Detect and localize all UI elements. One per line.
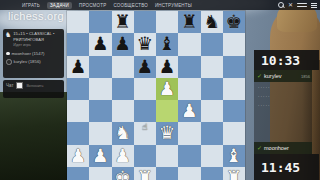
square-h8[interactable]: ♚ [223,11,245,33]
square-c3[interactable]: ♞ [112,122,134,144]
white-color-icon [6,52,10,56]
square-c8[interactable]: ♜ [112,11,134,33]
square-b3[interactable] [89,122,111,144]
square-g8[interactable]: ♞ [201,11,223,33]
white-king-c1[interactable]: ♚ [114,166,131,180]
move-row[interactable]: ····· [258,103,308,108]
square-c6[interactable] [112,56,134,78]
lichess-game-page: ИГРАТЬ ЗАДАЧИ ПРОСМОТР СООБЩЕСТВО ИНСТРУ… [0,0,320,180]
move-row[interactable]: ····· [258,94,308,99]
chat-title: Чат [6,83,13,88]
square-d8[interactable] [134,11,156,33]
square-f2[interactable] [178,145,200,167]
square-a5[interactable] [67,78,89,100]
square-b8[interactable] [89,11,111,33]
black-pawn-a6[interactable]: ♟ [70,55,87,77]
square-c5[interactable] [112,78,134,100]
close-icon[interactable]: ✕ [288,2,293,8]
square-a6[interactable]: ♟ [67,56,89,78]
square-e7[interactable]: ♝ [156,33,178,55]
square-d4[interactable] [134,100,156,122]
nav-items: ИГРАТЬ ЗАДАЧИ ПРОСМОТР СООБЩЕСТВО ИНСТРУ… [22,2,192,9]
square-f5[interactable] [178,78,200,100]
square-g3[interactable] [201,122,223,144]
opponent-clock: 10:33 [254,50,319,70]
square-b6[interactable] [89,56,111,78]
black-knight-g8[interactable]: ♞ [203,11,220,33]
opponent-clock-value: 10:33 [261,53,300,68]
square-d6[interactable]: ♟ [134,56,156,78]
black-pawn-d6[interactable]: ♟ [137,55,154,77]
square-a3[interactable] [67,122,89,144]
square-d2[interactable] [134,145,156,167]
chat-toggle-checkbox[interactable] [16,82,23,89]
square-e3[interactable]: ♛ [156,122,178,144]
square-h3[interactable] [223,122,245,144]
square-a4[interactable] [67,100,89,122]
black-player-row[interactable]: kurylev (1856) [6,59,61,65]
square-e6[interactable]: ♟ [156,56,178,78]
opponent-rating: 1856 [301,74,312,79]
square-e1[interactable] [156,167,178,180]
white-knight-c3[interactable]: ♞ [114,122,131,144]
white-pawn-c2[interactable]: ♟ [114,144,131,166]
chat-toggle-label: Включить [26,84,43,88]
square-b2[interactable]: ♟ [89,145,111,167]
square-a7[interactable] [67,33,89,55]
square-g2[interactable] [201,145,223,167]
black-rook-f8[interactable]: ♜ [181,11,198,33]
nav-right-icons: ✕ [278,0,317,10]
square-g7[interactable] [201,33,223,55]
square-g6[interactable] [201,56,223,78]
opponent-row[interactable]: ✓ kurylev 1856 [254,70,312,82]
square-h4[interactable] [223,100,245,122]
hand-cursor-icon: ☝ [142,122,147,132]
black-pawn-b7[interactable]: ♟ [92,33,109,55]
nav-item-watch[interactable]: ПРОСМОТР [79,3,106,8]
nav-item-play[interactable]: ИГРАТЬ [22,3,40,8]
black-pawn-c7[interactable]: ♟ [114,33,131,55]
square-d1[interactable]: ♜ [134,167,156,180]
nav-item-tools[interactable]: ИНСТРУМЕНТЫ [155,3,192,8]
square-h5[interactable] [223,78,245,100]
square-b5[interactable] [89,78,111,100]
chat-panel: Чат Включить [3,80,64,98]
hamburger-icon[interactable] [311,3,317,8]
square-f1[interactable] [178,167,200,180]
white-rook-d1[interactable]: ♜ [137,166,154,180]
square-h7[interactable] [223,33,245,55]
nav-item-puzzles[interactable]: ЗАДАЧИ [47,2,72,9]
square-c1[interactable]: ♚ [112,167,134,180]
square-g1[interactable] [201,167,223,180]
background-trees [0,92,67,180]
white-pawn-e5[interactable]: ♟ [159,77,176,99]
square-h2[interactable]: ♝ [223,145,245,167]
white-pawn-a2[interactable]: ♟ [70,144,87,166]
top-nav: ИГРАТЬ ЗАДАЧИ ПРОСМОТР СООБЩЕСТВО ИНСТРУ… [0,0,320,10]
square-f8[interactable]: ♜ [178,11,200,33]
site-logo[interactable]: lichess.org [8,10,64,22]
menu-bars-icon[interactable] [297,3,307,8]
square-e8[interactable] [156,11,178,33]
square-f3[interactable] [178,122,200,144]
square-f7[interactable] [178,33,200,55]
square-h1[interactable]: ♜ [223,167,245,180]
square-d5[interactable] [134,78,156,100]
online-check-icon: ✓ [257,145,262,151]
player-clock-value: 11:45 [261,160,300,175]
online-check-icon: ✓ [257,73,262,79]
game-meta-line2: РЕЙТИНГОВАЯ [13,37,54,42]
black-color-icon [6,59,12,65]
game-meta-line1: 15+15 • CLASSICAL • [13,31,54,36]
square-c4[interactable] [112,100,134,122]
black-king-h8[interactable]: ♚ [226,11,243,33]
black-bishop-e7[interactable]: ♝ [159,33,176,55]
chess-board: ♜♜♞♚♟♟♛♝♟♟♟♟♟♞♛♟♟♟♝♚♜♜ [67,11,245,180]
square-g4[interactable] [201,100,223,122]
square-c2[interactable]: ♟ [112,145,134,167]
white-bishop-h2[interactable]: ♝ [226,144,243,166]
square-f4[interactable]: ♟ [178,100,200,122]
square-a8[interactable] [67,11,89,33]
player-row[interactable]: ✓ moonhoer [254,142,312,154]
square-f6[interactable] [178,56,200,78]
square-e4[interactable] [156,100,178,122]
square-h6[interactable] [223,56,245,78]
square-b1[interactable] [89,167,111,180]
square-c7[interactable]: ♟ [112,33,134,55]
white-queen-e3[interactable]: ♛ [159,122,176,144]
square-e5[interactable]: ♟ [156,78,178,100]
square-d7[interactable]: ♛ [134,33,156,55]
black-queen-d7[interactable]: ♛ [137,33,154,55]
white-pawn-f4[interactable]: ♟ [181,100,198,122]
square-g5[interactable] [201,78,223,100]
white-player-name: moonhoer (1547) [12,51,45,56]
search-icon[interactable] [278,2,284,8]
player-clock: 11:45 [254,154,319,180]
black-rook-c8[interactable]: ♜ [114,11,131,33]
square-b4[interactable] [89,100,111,122]
game-status: Идет игра [13,43,54,47]
opponent-name: kurylev [264,73,281,79]
white-rook-h1[interactable]: ♜ [226,166,243,180]
square-a2[interactable]: ♟ [67,145,89,167]
black-player-name: kurylev (1856) [14,59,41,64]
move-list[interactable]: ····· ····· ····· [254,82,312,142]
lichess-knight-icon: ♞ [5,31,11,47]
white-pawn-b2[interactable]: ♟ [92,144,109,166]
square-b7[interactable]: ♟ [89,33,111,55]
square-e2[interactable] [156,145,178,167]
black-pawn-e6[interactable]: ♟ [159,55,176,77]
game-info-panel: ♞ 15+15 • CLASSICAL • РЕЙТИНГОВАЯ Идет и… [3,29,64,78]
nav-item-community[interactable]: СООБЩЕСТВО [113,3,148,8]
square-a1[interactable] [67,167,89,180]
move-row[interactable]: ····· [258,85,308,90]
white-player-row[interactable]: moonhoer (1547) [6,51,61,56]
player-name: moonhoer [264,145,289,151]
